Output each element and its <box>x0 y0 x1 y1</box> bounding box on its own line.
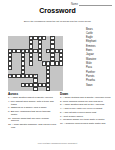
clue-number: 10 <box>9 75 11 77</box>
instructions-text: Solve the crossword using the list of wo… <box>0 20 115 23</box>
clue-number: 9 <box>47 62 48 64</box>
word-list-item: Swan <box>86 84 114 88</box>
crossword-grid: 123456789101112 <box>8 36 63 91</box>
across-clue-list: 1. A large spotted rodent of South Ameri… <box>8 97 57 130</box>
down-clue-list: 1. A sharp-toothed fish of South America… <box>60 97 112 126</box>
clue-number: 5 <box>22 50 23 52</box>
grid-cell-blocked <box>59 87 63 91</box>
clue-item: 12. A slow aquatic mammal, also called a… <box>8 124 57 130</box>
down-clues-section: Down 1. A sharp-toothed fish of South Am… <box>60 92 112 127</box>
clue-number: 6 <box>47 50 48 52</box>
name-blank-line[interactable] <box>79 2 112 6</box>
clue-number: 11 <box>35 75 37 77</box>
across-clues-section: Across 1. A large spotted rodent of Sout… <box>8 92 57 131</box>
clue-number: 8 <box>43 62 44 64</box>
clue-number: 4 <box>9 50 10 52</box>
clue-number: 2 <box>39 37 40 39</box>
clue-item: 11. A graceful long-necked white water b… <box>60 123 112 126</box>
name-label: Name <box>71 3 78 6</box>
clue-number: 12 <box>22 83 24 85</box>
clue-number: 7 <box>60 50 61 52</box>
clue-item: 8. Big furry mammals that sleep through … <box>8 111 57 117</box>
footer-text: Free printable crossword puzzle workshee… <box>0 142 115 144</box>
page-title: Crossword <box>0 7 115 14</box>
word-list: BearsCattleEagleElephantErminesEwesJagua… <box>86 28 114 88</box>
name-field: Name <box>71 2 112 6</box>
clue-number: 1 <box>30 37 31 39</box>
clue-number: 3 <box>51 37 52 39</box>
